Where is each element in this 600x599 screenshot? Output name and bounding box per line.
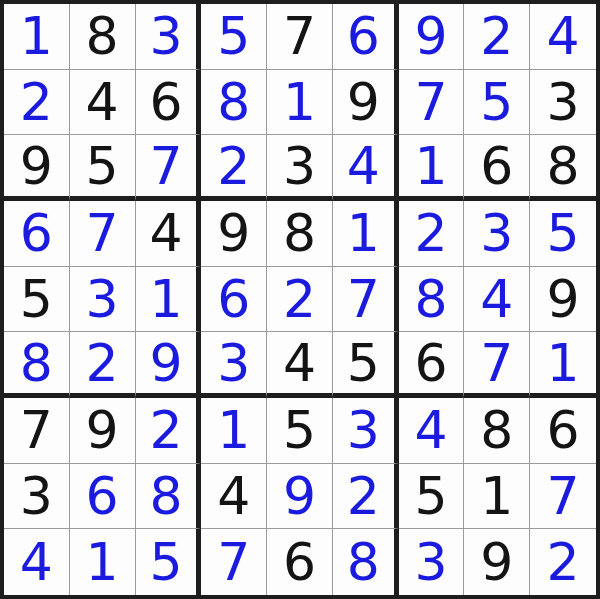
cell-r4c8[interactable]: 3: [464, 201, 530, 267]
cell-r5c9[interactable]: 9: [530, 267, 596, 333]
cell-r9c8[interactable]: 9: [464, 529, 530, 595]
cell-r7c3[interactable]: 2: [136, 398, 202, 464]
cell-r6c1[interactable]: 8: [4, 332, 70, 398]
cell-r6c3[interactable]: 9: [136, 332, 202, 398]
cell-r5c8[interactable]: 4: [464, 267, 530, 333]
cell-r3c4[interactable]: 2: [201, 135, 267, 201]
cell-r2c8[interactable]: 5: [464, 70, 530, 136]
cell-r8c5[interactable]: 9: [267, 464, 333, 530]
cell-r3c5[interactable]: 3: [267, 135, 333, 201]
cell-r4c7[interactable]: 2: [399, 201, 465, 267]
cell-r9c4[interactable]: 7: [201, 529, 267, 595]
cell-r1c3[interactable]: 3: [136, 4, 202, 70]
cell-r6c8[interactable]: 7: [464, 332, 530, 398]
cell-r1c5[interactable]: 7: [267, 4, 333, 70]
cell-r2c1[interactable]: 2: [4, 70, 70, 136]
cell-r8c9[interactable]: 7: [530, 464, 596, 530]
cell-r2c2[interactable]: 4: [70, 70, 136, 136]
cell-r3c8[interactable]: 6: [464, 135, 530, 201]
cell-r7c2[interactable]: 9: [70, 398, 136, 464]
cell-r3c9[interactable]: 8: [530, 135, 596, 201]
cell-r5c1[interactable]: 5: [4, 267, 70, 333]
cell-r2c9[interactable]: 3: [530, 70, 596, 136]
cell-r6c5[interactable]: 4: [267, 332, 333, 398]
cell-r2c4[interactable]: 8: [201, 70, 267, 136]
cell-r4c6[interactable]: 1: [333, 201, 399, 267]
cell-r1c9[interactable]: 4: [530, 4, 596, 70]
cell-r4c9[interactable]: 5: [530, 201, 596, 267]
cell-r7c9[interactable]: 6: [530, 398, 596, 464]
cell-r1c8[interactable]: 2: [464, 4, 530, 70]
cell-r3c1[interactable]: 9: [4, 135, 70, 201]
cell-r9c3[interactable]: 5: [136, 529, 202, 595]
cell-r7c8[interactable]: 8: [464, 398, 530, 464]
cell-r7c5[interactable]: 5: [267, 398, 333, 464]
cell-r8c8[interactable]: 1: [464, 464, 530, 530]
cell-r5c6[interactable]: 7: [333, 267, 399, 333]
cell-r9c1[interactable]: 4: [4, 529, 70, 595]
cell-r4c4[interactable]: 9: [201, 201, 267, 267]
cell-r4c1[interactable]: 6: [4, 201, 70, 267]
cell-r9c7[interactable]: 3: [399, 529, 465, 595]
cell-r5c3[interactable]: 1: [136, 267, 202, 333]
cell-r7c4[interactable]: 1: [201, 398, 267, 464]
cell-r6c4[interactable]: 3: [201, 332, 267, 398]
cell-r1c1[interactable]: 1: [4, 4, 70, 70]
cell-r2c5[interactable]: 1: [267, 70, 333, 136]
cell-r4c2[interactable]: 7: [70, 201, 136, 267]
cell-r6c7[interactable]: 6: [399, 332, 465, 398]
cell-r9c5[interactable]: 6: [267, 529, 333, 595]
cell-r7c1[interactable]: 7: [4, 398, 70, 464]
cell-r2c3[interactable]: 6: [136, 70, 202, 136]
cell-r9c9[interactable]: 2: [530, 529, 596, 595]
cell-r1c6[interactable]: 6: [333, 4, 399, 70]
cell-r8c2[interactable]: 6: [70, 464, 136, 530]
cell-r1c4[interactable]: 5: [201, 4, 267, 70]
cell-r7c6[interactable]: 3: [333, 398, 399, 464]
sudoku-board: 1835769242468197539572341686749812355316…: [0, 0, 600, 599]
cell-r8c1[interactable]: 3: [4, 464, 70, 530]
cell-r6c2[interactable]: 2: [70, 332, 136, 398]
cell-r8c7[interactable]: 5: [399, 464, 465, 530]
cell-r3c7[interactable]: 1: [399, 135, 465, 201]
cell-r2c7[interactable]: 7: [399, 70, 465, 136]
cell-r4c5[interactable]: 8: [267, 201, 333, 267]
cell-r1c2[interactable]: 8: [70, 4, 136, 70]
cell-r5c5[interactable]: 2: [267, 267, 333, 333]
cell-r3c2[interactable]: 5: [70, 135, 136, 201]
cell-r9c6[interactable]: 8: [333, 529, 399, 595]
cell-r5c4[interactable]: 6: [201, 267, 267, 333]
cell-r7c7[interactable]: 4: [399, 398, 465, 464]
cell-r6c9[interactable]: 1: [530, 332, 596, 398]
cell-r8c4[interactable]: 4: [201, 464, 267, 530]
cell-r3c6[interactable]: 4: [333, 135, 399, 201]
cell-r3c3[interactable]: 7: [136, 135, 202, 201]
cell-r5c2[interactable]: 3: [70, 267, 136, 333]
cell-r8c6[interactable]: 2: [333, 464, 399, 530]
cell-r6c6[interactable]: 5: [333, 332, 399, 398]
cell-r4c3[interactable]: 4: [136, 201, 202, 267]
cell-r5c7[interactable]: 8: [399, 267, 465, 333]
cell-r2c6[interactable]: 9: [333, 70, 399, 136]
cell-r8c3[interactable]: 8: [136, 464, 202, 530]
cell-r9c2[interactable]: 1: [70, 529, 136, 595]
cell-r1c7[interactable]: 9: [399, 4, 465, 70]
